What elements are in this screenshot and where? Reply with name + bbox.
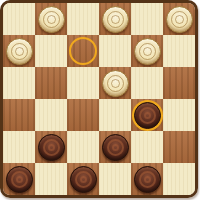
square-f6[interactable] — [163, 3, 195, 35]
square-e2[interactable] — [131, 131, 163, 163]
square-f3[interactable] — [163, 99, 195, 131]
square-c3[interactable] — [67, 99, 99, 131]
square-f1[interactable] — [163, 163, 195, 195]
dark-piece[interactable] — [38, 134, 65, 161]
dark-piece[interactable] — [134, 166, 161, 193]
square-c6[interactable] — [67, 3, 99, 35]
square-b5[interactable] — [35, 35, 67, 67]
square-b6[interactable] — [35, 3, 67, 35]
square-b3[interactable] — [35, 99, 67, 131]
app-background — [0, 0, 200, 200]
light-piece[interactable] — [102, 70, 129, 97]
square-e4[interactable] — [131, 67, 163, 99]
light-piece[interactable] — [134, 38, 161, 65]
dark-piece[interactable] — [6, 166, 33, 193]
square-b2[interactable] — [35, 131, 67, 163]
square-e5[interactable] — [131, 35, 163, 67]
square-e6[interactable] — [131, 3, 163, 35]
move-highlight-circle — [69, 37, 97, 65]
square-f5[interactable] — [163, 35, 195, 67]
square-c1[interactable] — [67, 163, 99, 195]
square-c2[interactable] — [67, 131, 99, 163]
square-a5[interactable] — [3, 35, 35, 67]
checkers-board — [0, 0, 198, 198]
light-piece[interactable] — [102, 6, 129, 33]
square-a2[interactable] — [3, 131, 35, 163]
square-d2[interactable] — [99, 131, 131, 163]
square-d1[interactable] — [99, 163, 131, 195]
square-c5[interactable] — [67, 35, 99, 67]
square-a4[interactable] — [3, 67, 35, 99]
square-f4[interactable] — [163, 67, 195, 99]
square-d5[interactable] — [99, 35, 131, 67]
square-f2[interactable] — [163, 131, 195, 163]
square-b4[interactable] — [35, 67, 67, 99]
square-c4[interactable] — [67, 67, 99, 99]
square-e1[interactable] — [131, 163, 163, 195]
square-a3[interactable] — [3, 99, 35, 131]
square-b1[interactable] — [35, 163, 67, 195]
square-d6[interactable] — [99, 3, 131, 35]
square-a1[interactable] — [3, 163, 35, 195]
square-e3[interactable] — [131, 99, 163, 131]
square-a6[interactable] — [3, 3, 35, 35]
dark-piece[interactable] — [102, 134, 129, 161]
dark-piece-selected[interactable] — [134, 102, 161, 129]
light-piece[interactable] — [166, 6, 193, 33]
light-piece[interactable] — [38, 6, 65, 33]
light-piece[interactable] — [6, 38, 33, 65]
square-d4[interactable] — [99, 67, 131, 99]
square-d3[interactable] — [99, 99, 131, 131]
dark-piece[interactable] — [70, 166, 97, 193]
